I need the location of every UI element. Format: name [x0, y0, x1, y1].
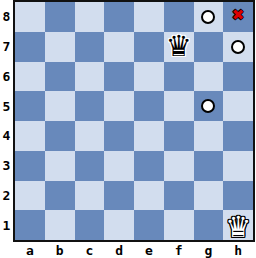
square-h3[interactable] — [223, 151, 253, 181]
square-h8[interactable]: ✖ — [223, 2, 253, 32]
square-h2[interactable] — [223, 181, 253, 211]
square-h1[interactable]: ♛ — [223, 210, 253, 240]
square-g3[interactable] — [194, 151, 224, 181]
file-label-a: a — [15, 242, 45, 258]
rank-label-8: 8 — [0, 2, 13, 32]
file-label-f: f — [164, 242, 194, 258]
square-g1[interactable] — [194, 210, 224, 240]
square-a5[interactable] — [15, 91, 45, 121]
black-queen[interactable]: ♛ — [166, 32, 192, 61]
square-e2[interactable] — [134, 181, 164, 211]
file-label-g: g — [194, 242, 224, 258]
square-f1[interactable] — [164, 210, 194, 240]
square-h5[interactable] — [223, 91, 253, 121]
square-f4[interactable] — [164, 121, 194, 151]
square-f8[interactable] — [164, 2, 194, 32]
rank-label-5: 5 — [0, 91, 13, 121]
square-e1[interactable] — [134, 210, 164, 240]
rank-label-6: 6 — [0, 62, 13, 92]
square-a8[interactable] — [15, 2, 45, 32]
square-c5[interactable] — [75, 91, 105, 121]
rank-label-3: 3 — [0, 151, 13, 181]
square-e3[interactable] — [134, 151, 164, 181]
rank-label-2: 2 — [0, 181, 13, 211]
square-b8[interactable] — [45, 2, 75, 32]
square-b3[interactable] — [45, 151, 75, 181]
file-labels: abcdefgh — [15, 242, 253, 258]
square-g6[interactable] — [194, 62, 224, 92]
circle-marker — [231, 40, 245, 54]
square-d6[interactable] — [104, 62, 134, 92]
square-b1[interactable] — [45, 210, 75, 240]
square-b2[interactable] — [45, 181, 75, 211]
square-f5[interactable] — [164, 91, 194, 121]
square-g2[interactable] — [194, 181, 224, 211]
rank-label-4: 4 — [0, 121, 13, 151]
square-a3[interactable] — [15, 151, 45, 181]
square-f6[interactable] — [164, 62, 194, 92]
square-c1[interactable] — [75, 210, 105, 240]
square-f3[interactable] — [164, 151, 194, 181]
file-label-d: d — [104, 242, 134, 258]
circle-marker — [201, 99, 215, 113]
square-c8[interactable] — [75, 2, 105, 32]
square-e6[interactable] — [134, 62, 164, 92]
rank-label-1: 1 — [0, 210, 13, 240]
square-d5[interactable] — [104, 91, 134, 121]
square-d7[interactable] — [104, 32, 134, 62]
white-queen[interactable]: ♛ — [225, 213, 251, 242]
square-g8[interactable] — [194, 2, 224, 32]
file-label-h: h — [223, 242, 253, 258]
square-b6[interactable] — [45, 62, 75, 92]
square-f2[interactable] — [164, 181, 194, 211]
square-h6[interactable] — [223, 62, 253, 92]
square-g7[interactable] — [194, 32, 224, 62]
square-a4[interactable] — [15, 121, 45, 151]
square-c7[interactable] — [75, 32, 105, 62]
square-b4[interactable] — [45, 121, 75, 151]
square-d3[interactable] — [104, 151, 134, 181]
square-g4[interactable] — [194, 121, 224, 151]
square-c6[interactable] — [75, 62, 105, 92]
square-b5[interactable] — [45, 91, 75, 121]
square-f7[interactable]: ♛ — [164, 32, 194, 62]
square-e5[interactable] — [134, 91, 164, 121]
x-marker: ✖ — [232, 8, 245, 23]
square-d2[interactable] — [104, 181, 134, 211]
square-a1[interactable] — [15, 210, 45, 240]
square-d1[interactable] — [104, 210, 134, 240]
circle-marker — [201, 10, 215, 24]
square-d4[interactable] — [104, 121, 134, 151]
chess-diagram: 87654321 ✖♛♛ abcdefgh — [0, 0, 256, 258]
square-a6[interactable] — [15, 62, 45, 92]
square-c4[interactable] — [75, 121, 105, 151]
square-a2[interactable] — [15, 181, 45, 211]
square-e8[interactable] — [134, 2, 164, 32]
square-h7[interactable] — [223, 32, 253, 62]
rank-labels: 87654321 — [0, 2, 13, 240]
file-label-e: e — [134, 242, 164, 258]
square-a7[interactable] — [15, 32, 45, 62]
file-label-b: b — [45, 242, 75, 258]
square-g5[interactable] — [194, 91, 224, 121]
square-b7[interactable] — [45, 32, 75, 62]
square-e7[interactable] — [134, 32, 164, 62]
square-h4[interactable] — [223, 121, 253, 151]
square-c2[interactable] — [75, 181, 105, 211]
file-label-c: c — [75, 242, 105, 258]
square-c3[interactable] — [75, 151, 105, 181]
square-e4[interactable] — [134, 121, 164, 151]
board: ✖♛♛ — [13, 0, 255, 242]
rank-label-7: 7 — [0, 32, 13, 62]
square-d8[interactable] — [104, 2, 134, 32]
